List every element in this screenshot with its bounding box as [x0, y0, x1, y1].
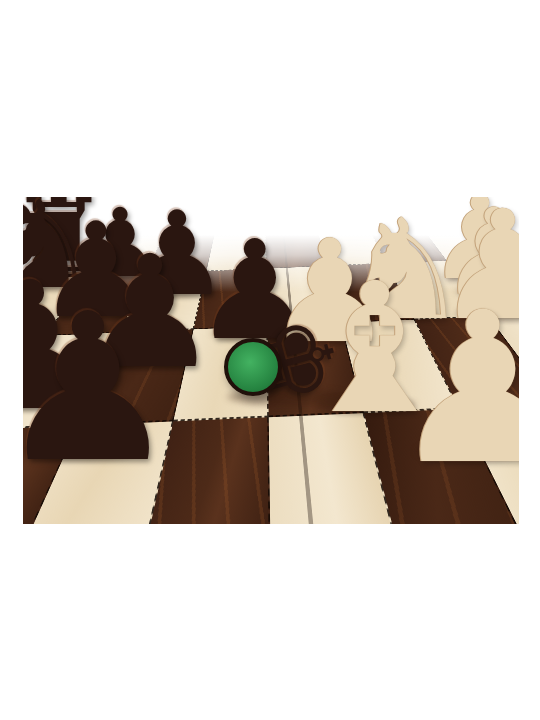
- chess-set-photo: ♞♜♟♟♟♟♟♟♟♚♟♟♟♞♟♝♟: [23, 197, 519, 524]
- page: ♞♜♟♟♟♟♟♟♟♚♟♟♟♞♟♝♟: [0, 0, 540, 720]
- white-pawn-glyph: ♟: [389, 284, 519, 493]
- black-pawn-glyph: ♟: [23, 287, 179, 491]
- felt-base-disc: [224, 338, 282, 396]
- pieces-layer: ♞♜♟♟♟♟♟♟♟♚♟♟♟♞♟♝♟: [23, 197, 519, 524]
